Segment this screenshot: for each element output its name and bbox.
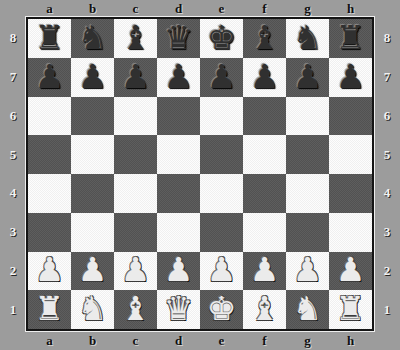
piece-black-knight[interactable]: ♞ [293, 21, 323, 54]
rank-label-4: 4 [0, 174, 26, 213]
rank-label-2: 2 [374, 252, 400, 291]
square-b1[interactable]: ♞ [71, 290, 114, 329]
square-h2[interactable]: ♟ [329, 252, 372, 291]
file-label-d: d [157, 331, 200, 350]
square-f7[interactable]: ♟ [243, 58, 286, 97]
square-d2[interactable]: ♟ [157, 252, 200, 291]
piece-white-rook[interactable]: ♜ [336, 292, 366, 325]
file-label-e: e [200, 0, 243, 17]
square-h4[interactable] [329, 174, 372, 213]
rank-label-8: 8 [0, 19, 26, 58]
square-a7[interactable]: ♟ [28, 58, 71, 97]
square-c5[interactable] [114, 135, 157, 174]
piece-white-bishop[interactable]: ♝ [250, 292, 280, 325]
square-h3[interactable] [329, 213, 372, 252]
rank-label-3: 3 [374, 213, 400, 252]
square-h7[interactable]: ♟ [329, 58, 372, 97]
square-c6[interactable] [114, 97, 157, 136]
piece-white-pawn[interactable]: ♟ [35, 253, 65, 286]
file-label-g: g [286, 0, 329, 17]
square-h5[interactable] [329, 135, 372, 174]
square-h6[interactable] [329, 97, 372, 136]
piece-black-pawn[interactable]: ♟ [35, 60, 65, 93]
square-c8[interactable]: ♝ [114, 19, 157, 58]
rank-label-6: 6 [0, 97, 26, 136]
piece-black-pawn[interactable]: ♟ [336, 60, 366, 93]
square-h1[interactable]: ♜ [329, 290, 372, 329]
square-f2[interactable]: ♟ [243, 252, 286, 291]
rank-label-1: 1 [374, 290, 400, 329]
piece-black-rook[interactable]: ♜ [35, 21, 65, 54]
file-label-a: a [28, 331, 71, 350]
square-c7[interactable]: ♟ [114, 58, 157, 97]
square-a2[interactable]: ♟ [28, 252, 71, 291]
piece-black-rook[interactable]: ♜ [336, 21, 366, 54]
square-d5[interactable] [157, 135, 200, 174]
square-e1[interactable]: ♚ [200, 290, 243, 329]
rank-labels-left: 87654321 [0, 19, 26, 329]
piece-white-pawn[interactable]: ♟ [250, 253, 280, 286]
file-label-b: b [71, 331, 114, 350]
square-e6[interactable] [200, 97, 243, 136]
rank-label-5: 5 [374, 135, 400, 174]
square-g6[interactable] [286, 97, 329, 136]
piece-white-rook[interactable]: ♜ [35, 292, 65, 325]
file-label-g: g [286, 331, 329, 350]
piece-white-pawn[interactable]: ♟ [121, 253, 151, 286]
piece-black-pawn[interactable]: ♟ [250, 60, 280, 93]
square-a3[interactable] [28, 213, 71, 252]
rank-label-5: 5 [0, 135, 26, 174]
square-g3[interactable] [286, 213, 329, 252]
piece-white-pawn[interactable]: ♟ [336, 253, 366, 286]
square-b6[interactable] [71, 97, 114, 136]
rank-label-7: 7 [374, 58, 400, 97]
square-c4[interactable] [114, 174, 157, 213]
rank-label-6: 6 [374, 97, 400, 136]
square-b5[interactable] [71, 135, 114, 174]
square-d8[interactable]: ♛ [157, 19, 200, 58]
file-label-h: h [329, 0, 372, 17]
square-a4[interactable] [28, 174, 71, 213]
square-f5[interactable] [243, 135, 286, 174]
board-frame: ♜♞♝♛♚♝♞♜♟♟♟♟♟♟♟♟♟♟♟♟♟♟♟♟♜♞♝♛♚♝♞♜ [26, 17, 374, 331]
file-label-h: h [329, 331, 372, 350]
square-b3[interactable] [71, 213, 114, 252]
square-c1[interactable]: ♝ [114, 290, 157, 329]
square-f4[interactable] [243, 174, 286, 213]
piece-white-bishop[interactable]: ♝ [121, 292, 151, 325]
file-label-f: f [243, 0, 286, 17]
square-d4[interactable] [157, 174, 200, 213]
file-label-d: d [157, 0, 200, 17]
square-g1[interactable]: ♞ [286, 290, 329, 329]
rank-label-1: 1 [0, 290, 26, 329]
square-b7[interactable]: ♟ [71, 58, 114, 97]
square-d6[interactable] [157, 97, 200, 136]
square-b8[interactable]: ♞ [71, 19, 114, 58]
square-a8[interactable]: ♜ [28, 19, 71, 58]
square-a1[interactable]: ♜ [28, 290, 71, 329]
square-e5[interactable] [200, 135, 243, 174]
rank-labels-right: 87654321 [374, 19, 400, 329]
square-b4[interactable] [71, 174, 114, 213]
piece-white-knight[interactable]: ♞ [78, 292, 108, 325]
piece-white-knight[interactable]: ♞ [293, 292, 323, 325]
square-f1[interactable]: ♝ [243, 290, 286, 329]
piece-black-pawn[interactable]: ♟ [78, 60, 108, 93]
piece-black-bishop[interactable]: ♝ [121, 21, 151, 54]
square-d1[interactable]: ♛ [157, 290, 200, 329]
piece-black-bishop[interactable]: ♝ [250, 21, 280, 54]
square-g5[interactable] [286, 135, 329, 174]
square-e4[interactable] [200, 174, 243, 213]
square-g8[interactable]: ♞ [286, 19, 329, 58]
square-f3[interactable] [243, 213, 286, 252]
square-e7[interactable]: ♟ [200, 58, 243, 97]
piece-white-king[interactable]: ♚ [207, 292, 237, 325]
square-e3[interactable] [200, 213, 243, 252]
square-c3[interactable] [114, 213, 157, 252]
rank-label-8: 8 [374, 19, 400, 58]
square-b2[interactable]: ♟ [71, 252, 114, 291]
square-g7[interactable]: ♟ [286, 58, 329, 97]
file-label-e: e [200, 331, 243, 350]
file-labels-bottom: abcdefgh [28, 331, 372, 350]
square-d3[interactable] [157, 213, 200, 252]
square-g4[interactable] [286, 174, 329, 213]
square-e2[interactable]: ♟ [200, 252, 243, 291]
file-label-a: a [28, 0, 71, 17]
piece-black-pawn[interactable]: ♟ [121, 60, 151, 93]
file-label-f: f [243, 331, 286, 350]
piece-black-pawn[interactable]: ♟ [164, 60, 194, 93]
piece-white-pawn[interactable]: ♟ [164, 253, 194, 286]
square-c2[interactable]: ♟ [114, 252, 157, 291]
piece-black-pawn[interactable]: ♟ [207, 60, 237, 93]
square-g2[interactable]: ♟ [286, 252, 329, 291]
rank-label-3: 3 [0, 213, 26, 252]
piece-white-queen[interactable]: ♛ [164, 292, 194, 325]
square-f6[interactable] [243, 97, 286, 136]
chess-board: ♜♞♝♛♚♝♞♜♟♟♟♟♟♟♟♟♟♟♟♟♟♟♟♟♜♞♝♛♚♝♞♜ [28, 19, 372, 329]
chess-app-window: abcdefgh 87654321 ♜♞♝♛♚♝♞♜♟♟♟♟♟♟♟♟♟♟♟♟♟♟… [0, 0, 400, 350]
piece-black-queen[interactable]: ♛ [164, 21, 194, 54]
piece-white-pawn[interactable]: ♟ [293, 253, 323, 286]
piece-white-pawn[interactable]: ♟ [78, 253, 108, 286]
file-label-c: c [114, 331, 157, 350]
piece-white-pawn[interactable]: ♟ [207, 253, 237, 286]
rank-label-4: 4 [374, 174, 400, 213]
square-f8[interactable]: ♝ [243, 19, 286, 58]
rank-label-2: 2 [0, 252, 26, 291]
square-a6[interactable] [28, 97, 71, 136]
square-a5[interactable] [28, 135, 71, 174]
rank-label-7: 7 [0, 58, 26, 97]
file-labels-top: abcdefgh [28, 0, 372, 17]
file-label-b: b [71, 0, 114, 17]
square-h8[interactable]: ♜ [329, 19, 372, 58]
piece-black-pawn[interactable]: ♟ [293, 60, 323, 93]
square-e8[interactable]: ♚ [200, 19, 243, 58]
piece-black-king[interactable]: ♚ [207, 21, 237, 54]
piece-black-knight[interactable]: ♞ [78, 21, 108, 54]
file-label-c: c [114, 0, 157, 17]
square-d7[interactable]: ♟ [157, 58, 200, 97]
